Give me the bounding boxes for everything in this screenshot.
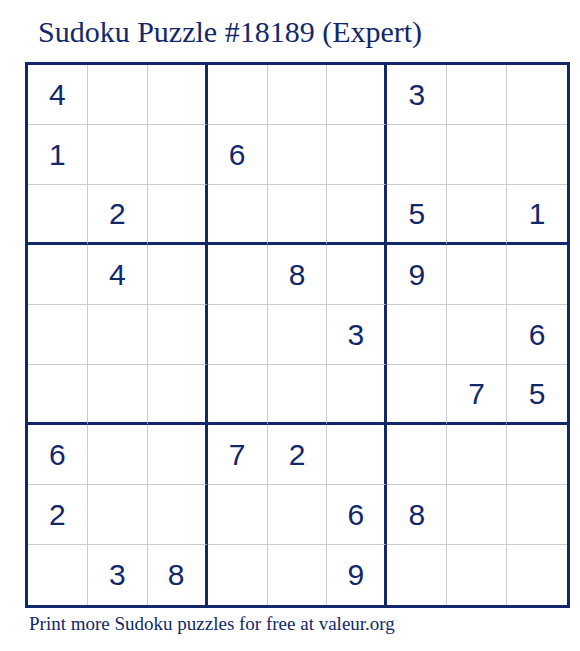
cell-r9c6[interactable]: 9 xyxy=(327,545,387,605)
cell-r4c6[interactable] xyxy=(327,245,387,305)
cell-r7c4[interactable]: 7 xyxy=(208,425,268,485)
cell-r6c4[interactable] xyxy=(208,365,268,425)
cell-r7c8[interactable] xyxy=(447,425,507,485)
cell-r8c9[interactable] xyxy=(507,485,567,545)
cell-r7c6[interactable] xyxy=(327,425,387,485)
cell-r9c4[interactable] xyxy=(208,545,268,605)
cell-r1c6[interactable] xyxy=(327,65,387,125)
cell-r7c1[interactable]: 6 xyxy=(28,425,88,485)
cell-r7c7[interactable] xyxy=(387,425,447,485)
cell-r9c2[interactable]: 3 xyxy=(88,545,148,605)
cell-r4c5[interactable]: 8 xyxy=(268,245,328,305)
cell-r3c1[interactable] xyxy=(28,185,88,245)
cell-r9c5[interactable] xyxy=(268,545,328,605)
cell-r5c8[interactable] xyxy=(447,305,507,365)
cell-r5c5[interactable] xyxy=(268,305,328,365)
cell-r3c2[interactable]: 2 xyxy=(88,185,148,245)
cell-r2c7[interactable] xyxy=(387,125,447,185)
cell-r6c2[interactable] xyxy=(88,365,148,425)
cell-r5c6[interactable]: 3 xyxy=(327,305,387,365)
cell-r1c4[interactable] xyxy=(208,65,268,125)
cell-r6c5[interactable] xyxy=(268,365,328,425)
cell-r1c9[interactable] xyxy=(507,65,567,125)
cell-r4c7[interactable]: 9 xyxy=(387,245,447,305)
cell-r8c2[interactable] xyxy=(88,485,148,545)
cell-r6c3[interactable] xyxy=(148,365,208,425)
cell-r3c6[interactable] xyxy=(327,185,387,245)
cell-r4c4[interactable] xyxy=(208,245,268,305)
cell-r8c4[interactable] xyxy=(208,485,268,545)
cell-r7c3[interactable] xyxy=(148,425,208,485)
cell-r8c5[interactable] xyxy=(268,485,328,545)
cell-r4c2[interactable]: 4 xyxy=(88,245,148,305)
sudoku-page: Sudoku Puzzle #18189 (Expert) 4316251489… xyxy=(0,0,580,651)
cell-r1c8[interactable] xyxy=(447,65,507,125)
cell-r8c6[interactable]: 6 xyxy=(327,485,387,545)
cell-r2c3[interactable] xyxy=(148,125,208,185)
cell-r3c5[interactable] xyxy=(268,185,328,245)
cell-r8c1[interactable]: 2 xyxy=(28,485,88,545)
cell-r6c6[interactable] xyxy=(327,365,387,425)
cell-r7c2[interactable] xyxy=(88,425,148,485)
cell-r2c9[interactable] xyxy=(507,125,567,185)
cell-r1c2[interactable] xyxy=(88,65,148,125)
cell-r6c1[interactable] xyxy=(28,365,88,425)
footer-text: Print more Sudoku puzzles for free at va… xyxy=(29,613,395,636)
cell-r4c3[interactable] xyxy=(148,245,208,305)
cell-r5c3[interactable] xyxy=(148,305,208,365)
cell-r3c8[interactable] xyxy=(447,185,507,245)
cell-r7c9[interactable] xyxy=(507,425,567,485)
cell-r9c8[interactable] xyxy=(447,545,507,605)
cell-r2c8[interactable] xyxy=(447,125,507,185)
cell-r7c5[interactable]: 2 xyxy=(268,425,328,485)
cell-r3c4[interactable] xyxy=(208,185,268,245)
cell-r8c3[interactable] xyxy=(148,485,208,545)
cell-r2c1[interactable]: 1 xyxy=(28,125,88,185)
cell-r3c7[interactable]: 5 xyxy=(387,185,447,245)
cell-r5c2[interactable] xyxy=(88,305,148,365)
cell-r6c8[interactable]: 7 xyxy=(447,365,507,425)
cell-r4c1[interactable] xyxy=(28,245,88,305)
cell-r1c3[interactable] xyxy=(148,65,208,125)
cell-r3c9[interactable]: 1 xyxy=(507,185,567,245)
cell-r9c1[interactable] xyxy=(28,545,88,605)
cell-r1c7[interactable]: 3 xyxy=(387,65,447,125)
cell-r9c7[interactable] xyxy=(387,545,447,605)
cell-r2c4[interactable]: 6 xyxy=(208,125,268,185)
cell-r6c9[interactable]: 5 xyxy=(507,365,567,425)
cell-r3c3[interactable] xyxy=(148,185,208,245)
cell-r5c7[interactable] xyxy=(387,305,447,365)
cell-r4c9[interactable] xyxy=(507,245,567,305)
cell-r2c6[interactable] xyxy=(327,125,387,185)
cell-r9c3[interactable]: 8 xyxy=(148,545,208,605)
cell-r8c8[interactable] xyxy=(447,485,507,545)
cell-r2c2[interactable] xyxy=(88,125,148,185)
cell-r9c9[interactable] xyxy=(507,545,567,605)
cell-r2c5[interactable] xyxy=(268,125,328,185)
sudoku-grid: 43162514893675672268389 xyxy=(25,62,570,608)
cell-r1c5[interactable] xyxy=(268,65,328,125)
page-title: Sudoku Puzzle #18189 (Expert) xyxy=(38,14,422,50)
cell-r5c9[interactable]: 6 xyxy=(507,305,567,365)
cell-r4c8[interactable] xyxy=(447,245,507,305)
cell-r1c1[interactable]: 4 xyxy=(28,65,88,125)
cell-r6c7[interactable] xyxy=(387,365,447,425)
cell-r8c7[interactable]: 8 xyxy=(387,485,447,545)
cell-r5c1[interactable] xyxy=(28,305,88,365)
cell-r5c4[interactable] xyxy=(208,305,268,365)
